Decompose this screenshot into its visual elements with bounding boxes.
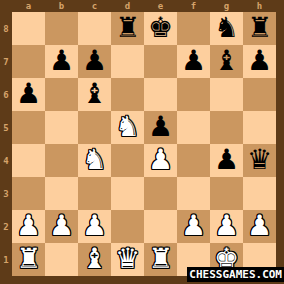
square-c4[interactable]: ♞ — [78, 144, 111, 177]
square-d4[interactable] — [111, 144, 144, 177]
square-a6[interactable]: ♟ — [12, 78, 45, 111]
piece-white-rook: ♜ — [16, 245, 41, 273]
square-g8[interactable]: ♞ — [210, 12, 243, 45]
piece-white-bishop: ♝ — [82, 245, 107, 273]
square-f4[interactable] — [177, 144, 210, 177]
board: ♜♚♞♜♟♟♟♝♟♟♝♞♟♞♟♟♛♟♟♟♟♟♟♜♝♛♜♚ — [12, 12, 276, 276]
square-e4[interactable]: ♟ — [144, 144, 177, 177]
square-e2[interactable] — [144, 210, 177, 243]
piece-black-pawn: ♟ — [214, 146, 239, 174]
square-c2[interactable]: ♟ — [78, 210, 111, 243]
square-a1[interactable]: ♜ — [12, 243, 45, 276]
square-h7[interactable]: ♟ — [243, 45, 276, 78]
square-e3[interactable] — [144, 177, 177, 210]
piece-black-pawn: ♟ — [82, 47, 107, 75]
piece-white-pawn: ♟ — [181, 212, 206, 240]
file-label-f: f — [177, 0, 210, 12]
square-c6[interactable]: ♝ — [78, 78, 111, 111]
rank-label-5: 5 — [0, 111, 12, 144]
square-a8[interactable] — [12, 12, 45, 45]
piece-black-bishop: ♝ — [82, 80, 107, 108]
square-f2[interactable]: ♟ — [177, 210, 210, 243]
piece-black-queen: ♛ — [247, 146, 272, 174]
square-h6[interactable] — [243, 78, 276, 111]
square-h8[interactable]: ♜ — [243, 12, 276, 45]
piece-black-pawn: ♟ — [247, 47, 272, 75]
piece-white-pawn: ♟ — [16, 212, 41, 240]
rank-label-3: 3 — [0, 177, 12, 210]
square-f7[interactable]: ♟ — [177, 45, 210, 78]
square-d5[interactable]: ♞ — [111, 111, 144, 144]
square-e5[interactable]: ♟ — [144, 111, 177, 144]
square-c5[interactable] — [78, 111, 111, 144]
watermark: CHESSGAMES.COM — [187, 267, 284, 282]
piece-black-pawn: ♟ — [49, 47, 74, 75]
square-f8[interactable] — [177, 12, 210, 45]
rank-label-7: 7 — [0, 45, 12, 78]
rank-label-1: 1 — [0, 243, 12, 276]
square-g7[interactable]: ♝ — [210, 45, 243, 78]
square-c3[interactable] — [78, 177, 111, 210]
square-a4[interactable] — [12, 144, 45, 177]
file-label-a: a — [12, 0, 45, 12]
square-d6[interactable] — [111, 78, 144, 111]
piece-black-pawn: ♟ — [148, 113, 173, 141]
square-b2[interactable]: ♟ — [45, 210, 78, 243]
square-h4[interactable]: ♛ — [243, 144, 276, 177]
piece-white-pawn: ♟ — [82, 212, 107, 240]
file-label-b: b — [45, 0, 78, 12]
square-g2[interactable]: ♟ — [210, 210, 243, 243]
square-c1[interactable]: ♝ — [78, 243, 111, 276]
square-d2[interactable] — [111, 210, 144, 243]
piece-white-knight: ♞ — [82, 146, 107, 174]
square-e1[interactable]: ♜ — [144, 243, 177, 276]
piece-white-pawn: ♟ — [49, 212, 74, 240]
piece-black-king: ♚ — [148, 14, 173, 42]
square-b5[interactable] — [45, 111, 78, 144]
square-d8[interactable]: ♜ — [111, 12, 144, 45]
square-b6[interactable] — [45, 78, 78, 111]
square-a5[interactable] — [12, 111, 45, 144]
square-h5[interactable] — [243, 111, 276, 144]
piece-black-pawn: ♟ — [181, 47, 206, 75]
rank-label-4: 4 — [0, 144, 12, 177]
piece-white-rook: ♜ — [148, 245, 173, 273]
square-e8[interactable]: ♚ — [144, 12, 177, 45]
square-c7[interactable]: ♟ — [78, 45, 111, 78]
piece-black-rook: ♜ — [115, 14, 140, 42]
square-b7[interactable]: ♟ — [45, 45, 78, 78]
piece-white-knight: ♞ — [115, 113, 140, 141]
square-e6[interactable] — [144, 78, 177, 111]
square-f3[interactable] — [177, 177, 210, 210]
square-g3[interactable] — [210, 177, 243, 210]
square-d7[interactable] — [111, 45, 144, 78]
square-f5[interactable] — [177, 111, 210, 144]
square-a7[interactable] — [12, 45, 45, 78]
piece-white-pawn: ♟ — [214, 212, 239, 240]
square-d3[interactable] — [111, 177, 144, 210]
rank-label-8: 8 — [0, 12, 12, 45]
square-b3[interactable] — [45, 177, 78, 210]
piece-white-queen: ♛ — [115, 245, 140, 273]
square-g6[interactable] — [210, 78, 243, 111]
square-a3[interactable] — [12, 177, 45, 210]
square-a2[interactable]: ♟ — [12, 210, 45, 243]
square-d1[interactable]: ♛ — [111, 243, 144, 276]
square-g5[interactable] — [210, 111, 243, 144]
square-b4[interactable] — [45, 144, 78, 177]
rank-label-2: 2 — [0, 210, 12, 243]
piece-white-pawn: ♟ — [148, 146, 173, 174]
piece-black-bishop: ♝ — [214, 47, 239, 75]
chess-board-frame: abcdefgh 87654321 ♜♚♞♜♟♟♟♝♟♟♝♞♟♞♟♟♛♟♟♟♟♟… — [0, 0, 284, 284]
piece-black-rook: ♜ — [247, 14, 272, 42]
piece-black-pawn: ♟ — [16, 80, 41, 108]
square-e7[interactable] — [144, 45, 177, 78]
rank-label-6: 6 — [0, 78, 12, 111]
square-c8[interactable] — [78, 12, 111, 45]
square-f6[interactable] — [177, 78, 210, 111]
piece-black-knight: ♞ — [214, 14, 239, 42]
file-label-c: c — [78, 0, 111, 12]
rank-labels: 87654321 — [0, 12, 12, 276]
square-b1[interactable] — [45, 243, 78, 276]
square-b8[interactable] — [45, 12, 78, 45]
piece-white-pawn: ♟ — [247, 212, 272, 240]
square-g4[interactable]: ♟ — [210, 144, 243, 177]
square-h2[interactable]: ♟ — [243, 210, 276, 243]
square-h3[interactable] — [243, 177, 276, 210]
